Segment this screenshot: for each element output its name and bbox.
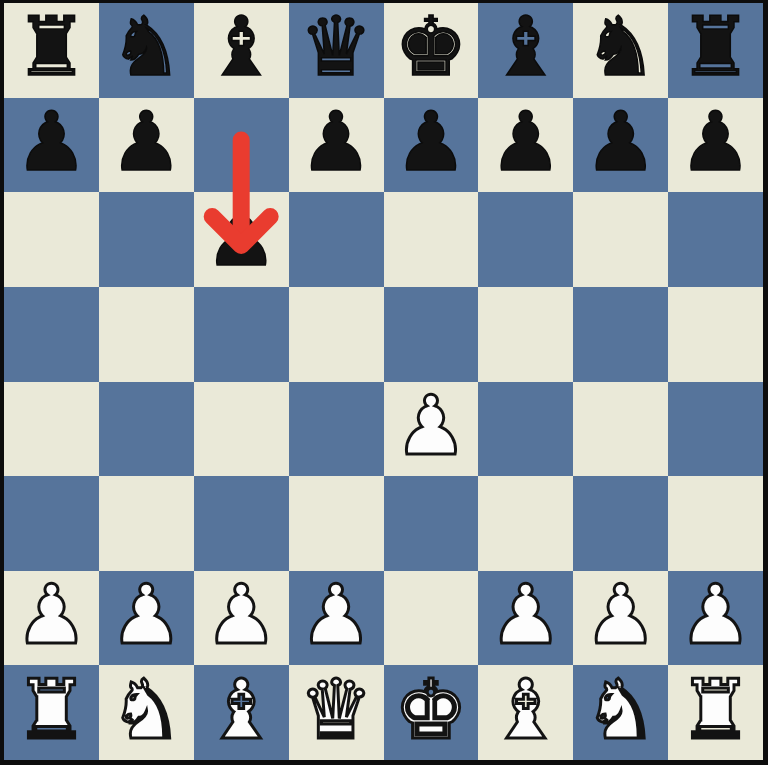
black-pawn[interactable]: ♟ — [204, 196, 278, 278]
square-c2[interactable]: ♟ — [194, 571, 289, 666]
square-h1[interactable]: ♜ — [668, 665, 763, 760]
square-g7[interactable]: ♟ — [573, 98, 668, 193]
square-h4[interactable] — [668, 382, 763, 477]
square-a4[interactable] — [4, 382, 99, 477]
black-pawn[interactable]: ♟ — [489, 101, 563, 183]
square-a8[interactable]: ♜ — [4, 3, 99, 98]
white-bishop[interactable]: ♝ — [489, 669, 563, 751]
black-rook[interactable]: ♜ — [679, 6, 753, 88]
square-c8[interactable]: ♝ — [194, 3, 289, 98]
square-c3[interactable] — [194, 476, 289, 571]
black-king[interactable]: ♚ — [394, 6, 468, 88]
white-king[interactable]: ♚ — [394, 669, 468, 751]
white-rook[interactable]: ♜ — [679, 669, 753, 751]
square-c1[interactable]: ♝ — [194, 665, 289, 760]
square-f2[interactable]: ♟ — [478, 571, 573, 666]
square-c5[interactable] — [194, 287, 289, 382]
black-knight[interactable]: ♞ — [584, 6, 658, 88]
square-c6[interactable]: ♟ — [194, 192, 289, 287]
white-knight[interactable]: ♞ — [110, 669, 184, 751]
chess-board: ♜♞♝♛♚♝♞♜♟♟♟♟♟♟♟♟♟♟♟♟♟♟♟♟♜♞♝♛♚♝♞♜ — [0, 0, 768, 765]
white-pawn[interactable]: ♟ — [584, 574, 658, 656]
square-g4[interactable] — [573, 382, 668, 477]
white-pawn[interactable]: ♟ — [299, 574, 373, 656]
square-e3[interactable] — [384, 476, 479, 571]
black-rook[interactable]: ♜ — [15, 6, 89, 88]
white-pawn[interactable]: ♟ — [15, 574, 89, 656]
square-c7[interactable] — [194, 98, 289, 193]
black-pawn[interactable]: ♟ — [15, 101, 89, 183]
square-d7[interactable]: ♟ — [289, 98, 384, 193]
square-b1[interactable]: ♞ — [99, 665, 194, 760]
square-f6[interactable] — [478, 192, 573, 287]
square-h8[interactable]: ♜ — [668, 3, 763, 98]
square-f5[interactable] — [478, 287, 573, 382]
square-b8[interactable]: ♞ — [99, 3, 194, 98]
square-f3[interactable] — [478, 476, 573, 571]
black-bishop[interactable]: ♝ — [489, 6, 563, 88]
square-a1[interactable]: ♜ — [4, 665, 99, 760]
square-a7[interactable]: ♟ — [4, 98, 99, 193]
square-d2[interactable]: ♟ — [289, 571, 384, 666]
square-b2[interactable]: ♟ — [99, 571, 194, 666]
square-e2[interactable] — [384, 571, 479, 666]
black-pawn[interactable]: ♟ — [110, 101, 184, 183]
black-knight[interactable]: ♞ — [110, 6, 184, 88]
square-h3[interactable] — [668, 476, 763, 571]
square-a2[interactable]: ♟ — [4, 571, 99, 666]
square-a5[interactable] — [4, 287, 99, 382]
square-e5[interactable] — [384, 287, 479, 382]
board-grid: ♜♞♝♛♚♝♞♜♟♟♟♟♟♟♟♟♟♟♟♟♟♟♟♟♜♞♝♛♚♝♞♜ — [4, 3, 763, 760]
black-pawn[interactable]: ♟ — [394, 101, 468, 183]
square-d3[interactable] — [289, 476, 384, 571]
square-a3[interactable] — [4, 476, 99, 571]
square-h7[interactable]: ♟ — [668, 98, 763, 193]
white-queen[interactable]: ♛ — [299, 669, 373, 751]
square-d1[interactable]: ♛ — [289, 665, 384, 760]
square-b7[interactable]: ♟ — [99, 98, 194, 193]
black-pawn[interactable]: ♟ — [679, 101, 753, 183]
white-pawn[interactable]: ♟ — [394, 385, 468, 467]
square-d8[interactable]: ♛ — [289, 3, 384, 98]
square-b3[interactable] — [99, 476, 194, 571]
square-h2[interactable]: ♟ — [668, 571, 763, 666]
square-e6[interactable] — [384, 192, 479, 287]
square-g2[interactable]: ♟ — [573, 571, 668, 666]
white-bishop[interactable]: ♝ — [204, 669, 278, 751]
square-d6[interactable] — [289, 192, 384, 287]
square-e7[interactable]: ♟ — [384, 98, 479, 193]
square-d4[interactable] — [289, 382, 384, 477]
white-pawn[interactable]: ♟ — [204, 574, 278, 656]
square-f1[interactable]: ♝ — [478, 665, 573, 760]
square-e4[interactable]: ♟ — [384, 382, 479, 477]
square-b6[interactable] — [99, 192, 194, 287]
square-e1[interactable]: ♚ — [384, 665, 479, 760]
white-pawn[interactable]: ♟ — [489, 574, 563, 656]
square-g6[interactable] — [573, 192, 668, 287]
square-f7[interactable]: ♟ — [478, 98, 573, 193]
square-a6[interactable] — [4, 192, 99, 287]
square-b4[interactable] — [99, 382, 194, 477]
square-c4[interactable] — [194, 382, 289, 477]
square-g5[interactable] — [573, 287, 668, 382]
square-g1[interactable]: ♞ — [573, 665, 668, 760]
square-g3[interactable] — [573, 476, 668, 571]
black-pawn[interactable]: ♟ — [299, 101, 373, 183]
square-f4[interactable] — [478, 382, 573, 477]
white-rook[interactable]: ♜ — [15, 669, 89, 751]
square-h5[interactable] — [668, 287, 763, 382]
white-knight[interactable]: ♞ — [584, 669, 658, 751]
black-pawn[interactable]: ♟ — [584, 101, 658, 183]
white-pawn[interactable]: ♟ — [110, 574, 184, 656]
square-g8[interactable]: ♞ — [573, 3, 668, 98]
square-b5[interactable] — [99, 287, 194, 382]
white-pawn[interactable]: ♟ — [679, 574, 753, 656]
square-f8[interactable]: ♝ — [478, 3, 573, 98]
black-queen[interactable]: ♛ — [299, 6, 373, 88]
black-bishop[interactable]: ♝ — [204, 6, 278, 88]
square-h6[interactable] — [668, 192, 763, 287]
square-d5[interactable] — [289, 287, 384, 382]
square-e8[interactable]: ♚ — [384, 3, 479, 98]
